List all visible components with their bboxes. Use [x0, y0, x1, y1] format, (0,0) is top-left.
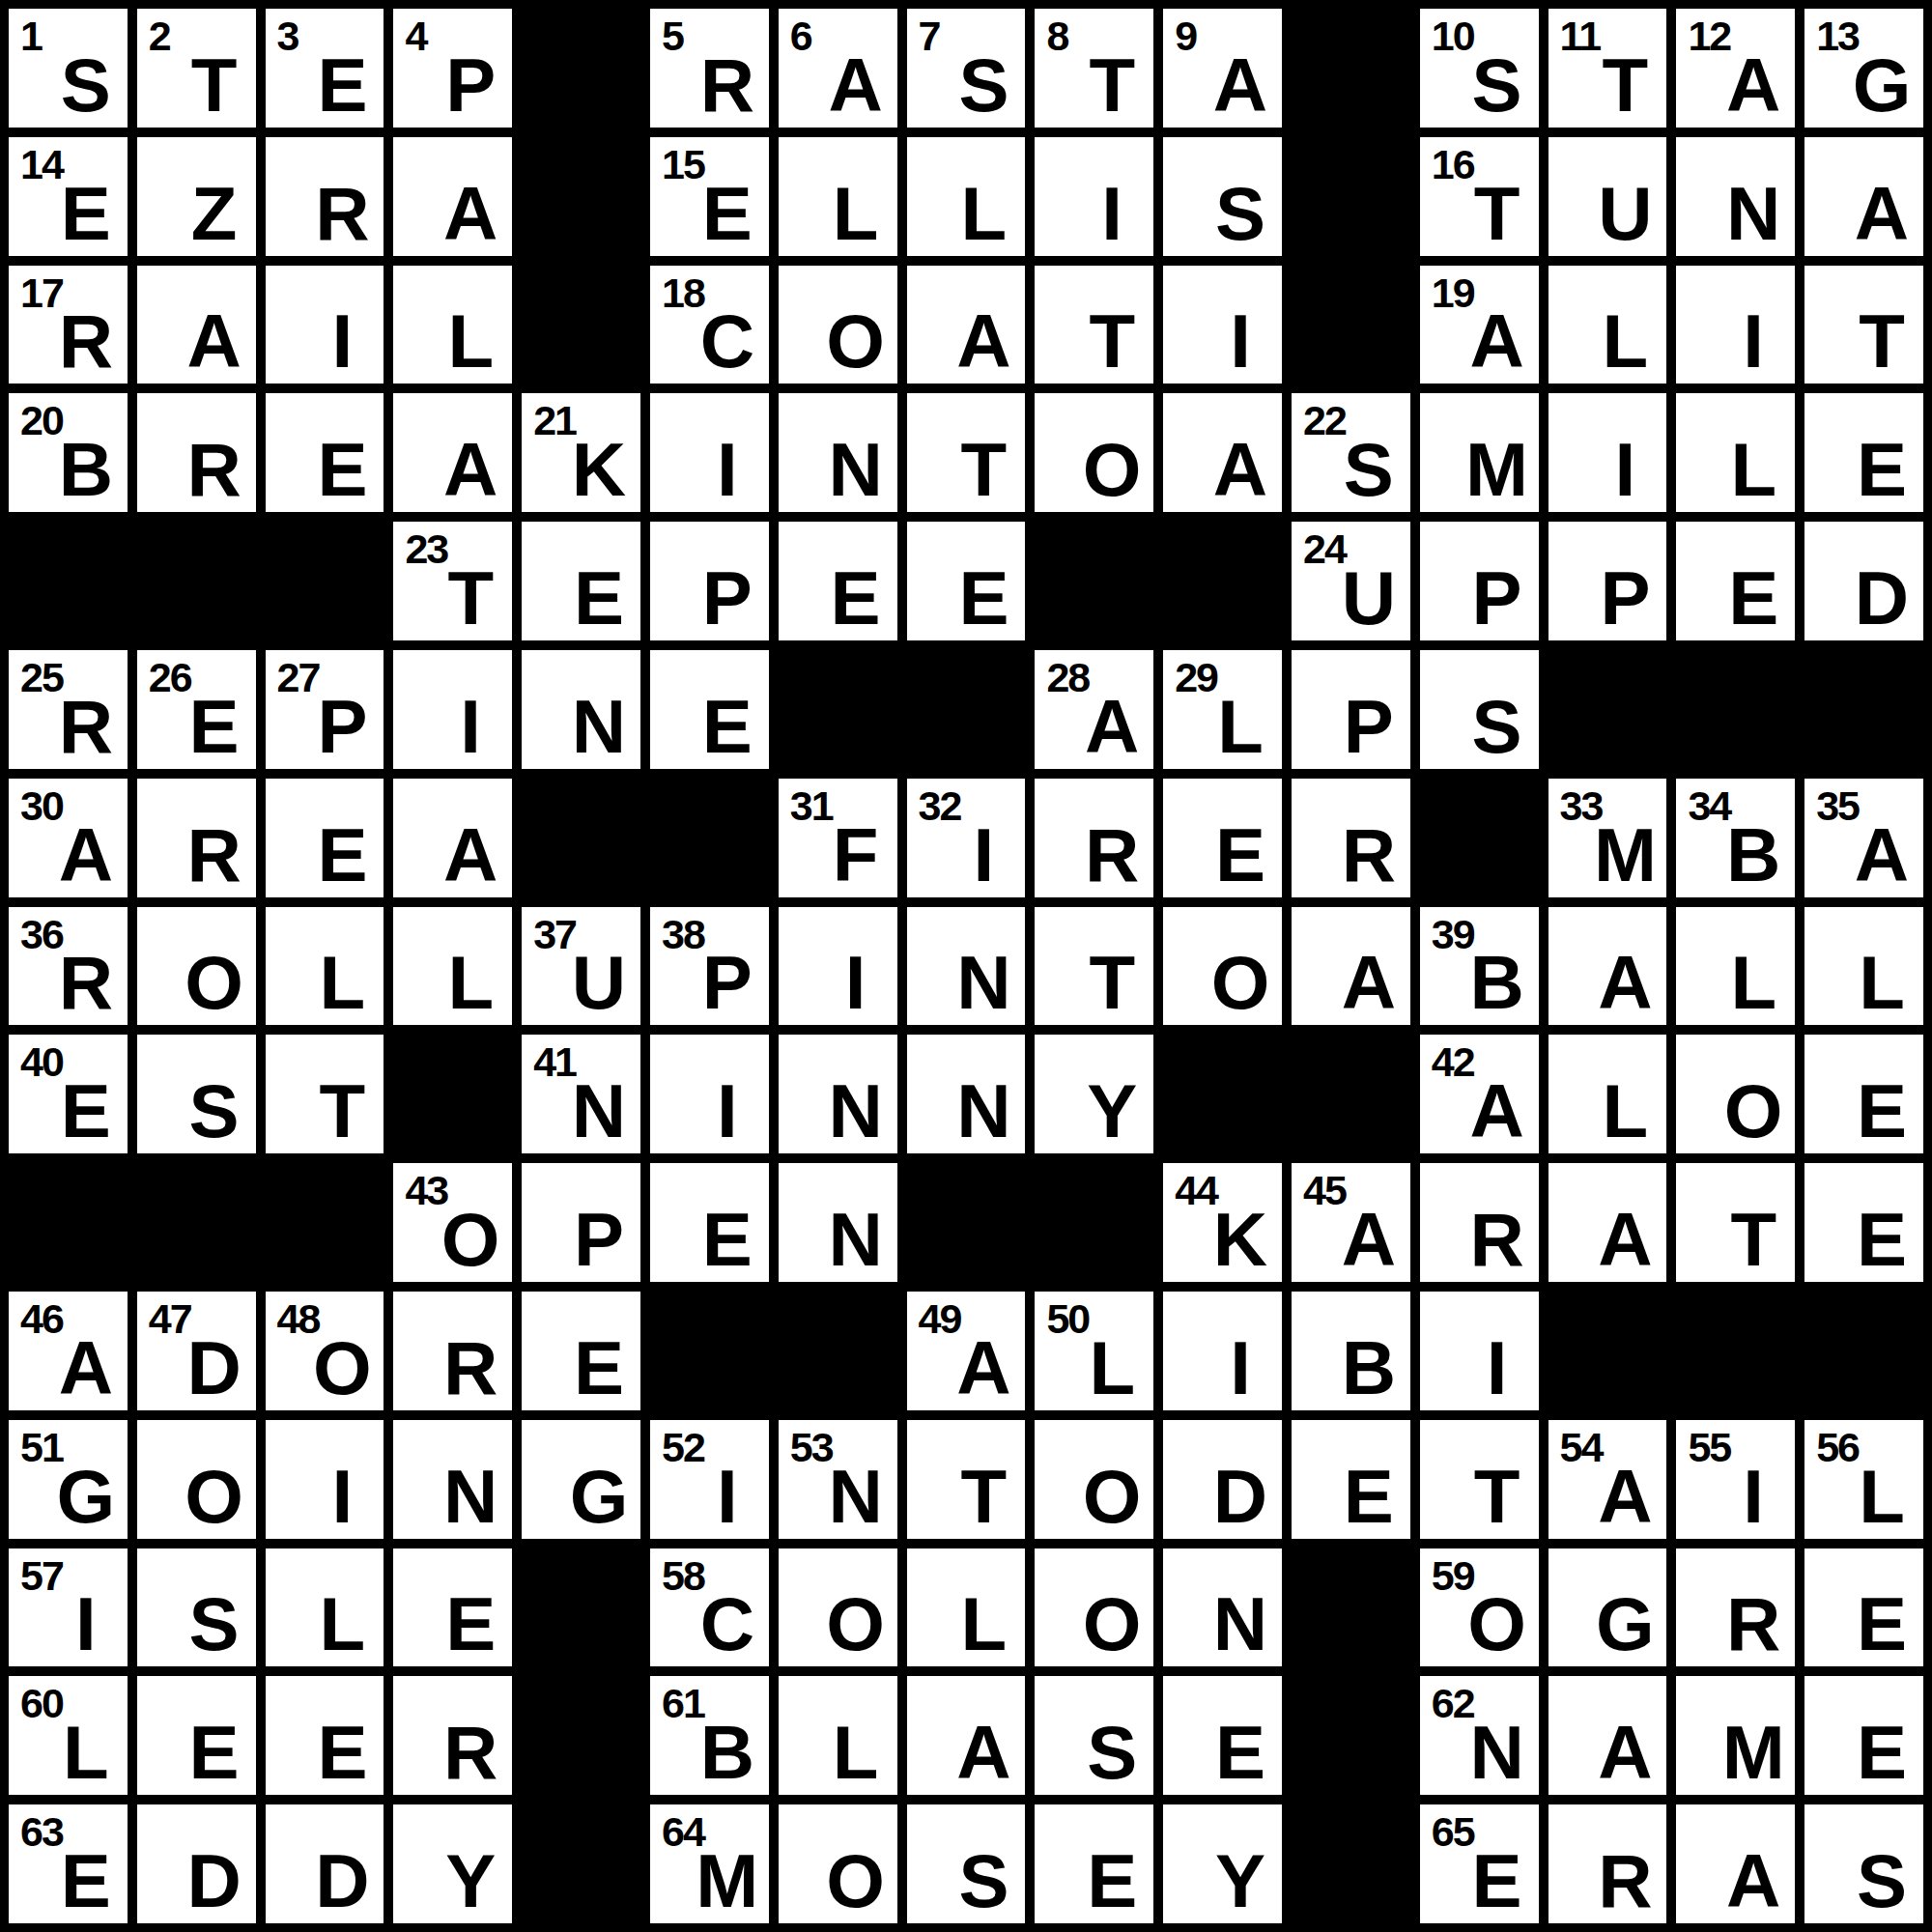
- cell-letter: I: [814, 945, 897, 1020]
- cell-letter: A: [1199, 432, 1282, 507]
- grid-cell-r7-c1[interactable]: 30A: [9, 779, 128, 897]
- grid-cell-r10-c14[interactable]: T: [1676, 1163, 1795, 1282]
- grid-cell-r6-c10[interactable]: 29L: [1163, 650, 1282, 769]
- grid-cell-r3-c8[interactable]: A: [907, 266, 1026, 384]
- grid-cell-r14-c2[interactable]: E: [137, 1676, 256, 1795]
- grid-cell-r8-c13[interactable]: A: [1548, 907, 1667, 1026]
- block-cell-r5-c3: [266, 522, 384, 640]
- grid-cell-r15-c3[interactable]: D: [266, 1804, 384, 1923]
- grid-cell-r1-c3[interactable]: 3E: [266, 9, 384, 128]
- cell-letter: D: [1840, 560, 1923, 636]
- cell-letter: K: [1199, 1202, 1282, 1277]
- grid-cell-r4-c7[interactable]: N: [779, 393, 897, 512]
- block-cell-r6-c15: [1804, 650, 1923, 769]
- grid-cell-r13-c3[interactable]: L: [266, 1548, 384, 1667]
- grid-cell-r4-c14[interactable]: L: [1676, 393, 1795, 512]
- cell-letter: A: [1712, 1843, 1795, 1918]
- cell-letter: Y: [429, 1843, 512, 1918]
- cell-letter: I: [1456, 1330, 1539, 1406]
- grid-cell-r3-c7[interactable]: O: [779, 266, 897, 384]
- grid-cell-r3-c14[interactable]: I: [1676, 266, 1795, 384]
- grid-cell-r10-c7[interactable]: N: [779, 1163, 897, 1282]
- grid-cell-r9-c6[interactable]: I: [650, 1035, 769, 1153]
- grid-cell-r8-c5[interactable]: 37U: [522, 907, 640, 1026]
- grid-cell-r1-c1[interactable]: 1S: [9, 9, 128, 128]
- grid-cell-r4-c9[interactable]: O: [1035, 393, 1153, 512]
- grid-cell-r10-c15[interactable]: E: [1804, 1163, 1923, 1282]
- grid-cell-r9-c3[interactable]: T: [266, 1035, 384, 1153]
- cell-letter: L: [942, 1586, 1025, 1662]
- grid-cell-r1-c7[interactable]: 6A: [779, 9, 897, 128]
- grid-cell-r6-c1[interactable]: 25R: [9, 650, 128, 769]
- cell-letter: D: [300, 1843, 384, 1918]
- grid-cell-r7-c15[interactable]: 35A: [1804, 779, 1923, 897]
- grid-cell-r8-c10[interactable]: O: [1163, 907, 1282, 1026]
- grid-cell-r10-c6[interactable]: E: [650, 1163, 769, 1282]
- cell-letter: U: [557, 945, 640, 1020]
- grid-cell-r2-c13[interactable]: U: [1548, 137, 1667, 256]
- grid-cell-r12-c1[interactable]: 51G: [9, 1420, 128, 1539]
- block-cell-r14-c5: [522, 1676, 640, 1795]
- cell-letter: L: [814, 1715, 897, 1790]
- grid-cell-r7-c7[interactable]: 31F: [779, 779, 897, 897]
- crossword-board: 1S2T3E4P5R6A7S8T9A10S11T12A13G14EZRA15EL…: [0, 0, 1932, 1932]
- cell-letter: N: [429, 1459, 512, 1534]
- cell-letter: R: [44, 945, 128, 1020]
- grid-cell-r7-c4[interactable]: A: [393, 779, 512, 897]
- grid-cell-r3-c2[interactable]: A: [137, 266, 256, 384]
- grid-cell-r6-c11[interactable]: P: [1292, 650, 1410, 769]
- grid-cell-r11-c8[interactable]: 49A: [907, 1292, 1026, 1410]
- grid-cell-r6-c5[interactable]: N: [522, 650, 640, 769]
- grid-cell-r12-c14[interactable]: 55I: [1676, 1420, 1795, 1539]
- cell-letter: O: [814, 1586, 897, 1662]
- grid-cell-r14-c12[interactable]: 62N: [1420, 1676, 1539, 1795]
- grid-cell-r8-c12[interactable]: 39B: [1420, 907, 1539, 1026]
- grid-cell-r12-c6[interactable]: 52I: [650, 1420, 769, 1539]
- grid-cell-r15-c2[interactable]: D: [137, 1804, 256, 1923]
- cell-letter: E: [1327, 1459, 1410, 1534]
- grid-cell-r4-c10[interactable]: A: [1163, 393, 1282, 512]
- cell-letter: A: [1712, 47, 1795, 123]
- cell-letter: G: [1583, 1586, 1666, 1662]
- block-cell-r6-c7: [779, 650, 897, 769]
- cell-letter: E: [44, 1843, 128, 1918]
- grid-cell-r12-c2[interactable]: O: [137, 1420, 256, 1539]
- grid-cell-r7-c14[interactable]: 34B: [1676, 779, 1795, 897]
- block-cell-r10-c1: [9, 1163, 128, 1282]
- cell-letter: A: [942, 1330, 1025, 1406]
- grid-cell-r1-c15[interactable]: 13G: [1804, 9, 1923, 128]
- cell-letter: N: [557, 1073, 640, 1149]
- grid-cell-r9-c15[interactable]: E: [1804, 1035, 1923, 1153]
- cell-letter: S: [1456, 689, 1539, 764]
- cell-letter: L: [1712, 432, 1795, 507]
- grid-cell-r7-c11[interactable]: R: [1292, 779, 1410, 897]
- cell-letter: I: [300, 1459, 384, 1534]
- cell-letter: R: [1327, 817, 1410, 893]
- block-cell-r7-c6: [650, 779, 769, 897]
- grid-cell-r14-c8[interactable]: A: [907, 1676, 1026, 1795]
- cell-letter: O: [1712, 1073, 1795, 1149]
- cell-letter: L: [1583, 303, 1666, 379]
- grid-cell-r13-c7[interactable]: O: [779, 1548, 897, 1667]
- grid-cell-r12-c10[interactable]: D: [1163, 1420, 1282, 1539]
- grid-cell-r4-c4[interactable]: A: [393, 393, 512, 512]
- grid-cell-r8-c8[interactable]: N: [907, 907, 1026, 1026]
- grid-cell-r12-c11[interactable]: E: [1292, 1420, 1410, 1539]
- grid-cell-r3-c13[interactable]: L: [1548, 266, 1667, 384]
- grid-cell-r4-c15[interactable]: E: [1804, 393, 1923, 512]
- block-cell-r13-c5: [522, 1548, 640, 1667]
- grid-cell-r1-c10[interactable]: 9A: [1163, 9, 1282, 128]
- block-cell-r13-c11: [1292, 1548, 1410, 1667]
- grid-cell-r14-c13[interactable]: A: [1548, 1676, 1667, 1795]
- cell-letter: C: [686, 1586, 769, 1662]
- cell-letter: E: [557, 560, 640, 636]
- grid-cell-r9-c9[interactable]: Y: [1035, 1035, 1153, 1153]
- grid-cell-r8-c2[interactable]: O: [137, 907, 256, 1026]
- grid-cell-r1-c4[interactable]: 4P: [393, 9, 512, 128]
- cell-letter: S: [1199, 176, 1282, 251]
- grid-cell-r2-c2[interactable]: Z: [137, 137, 256, 256]
- grid-cell-r8-c3[interactable]: L: [266, 907, 384, 1026]
- grid-cell-r7-c3[interactable]: E: [266, 779, 384, 897]
- cell-letter: E: [1840, 1202, 1923, 1277]
- grid-cell-r14-c9[interactable]: S: [1035, 1676, 1153, 1795]
- grid-cell-r4-c1[interactable]: 20B: [9, 393, 128, 512]
- cell-letter: O: [1070, 1586, 1153, 1662]
- grid-cell-r3-c12[interactable]: 19A: [1420, 266, 1539, 384]
- grid-cell-r1-c2[interactable]: 2T: [137, 9, 256, 128]
- grid-cell-r4-c2[interactable]: R: [137, 393, 256, 512]
- grid-cell-r11-c10[interactable]: I: [1163, 1292, 1282, 1410]
- cell-letter: M: [1712, 1715, 1795, 1790]
- grid-cell-r3-c9[interactable]: T: [1035, 266, 1153, 384]
- grid-cell-r2-c4[interactable]: A: [393, 137, 512, 256]
- grid-cell-r9-c13[interactable]: L: [1548, 1035, 1667, 1153]
- grid-cell-r11-c1[interactable]: 46A: [9, 1292, 128, 1410]
- grid-cell-r11-c3[interactable]: 48O: [266, 1292, 384, 1410]
- grid-cell-r6-c6[interactable]: E: [650, 650, 769, 769]
- cell-letter: U: [1583, 176, 1666, 251]
- grid-cell-r10-c5[interactable]: P: [522, 1163, 640, 1282]
- grid-cell-r1-c8[interactable]: 7S: [907, 9, 1026, 128]
- cell-letter: N: [942, 1073, 1025, 1149]
- grid-cell-r2-c6[interactable]: 15E: [650, 137, 769, 256]
- cell-letter: N: [814, 1459, 897, 1534]
- cell-letter: E: [300, 47, 384, 123]
- block-cell-r6-c8: [907, 650, 1026, 769]
- cell-letter: A: [1327, 945, 1410, 1020]
- cell-letter: R: [1712, 1586, 1795, 1662]
- cell-letter: P: [1583, 560, 1666, 636]
- cell-letter: E: [557, 1330, 640, 1406]
- grid-cell-r12-c7[interactable]: 53N: [779, 1420, 897, 1539]
- cell-letter: N: [1199, 1586, 1282, 1662]
- grid-cell-r1-c14[interactable]: 12A: [1676, 9, 1795, 128]
- grid-cell-r9-c1[interactable]: 40E: [9, 1035, 128, 1153]
- cell-letter: E: [44, 176, 128, 251]
- grid-cell-r15-c15[interactable]: S: [1804, 1804, 1923, 1923]
- grid-cell-r14-c1[interactable]: 60L: [9, 1676, 128, 1795]
- grid-cell-r8-c9[interactable]: T: [1035, 907, 1153, 1026]
- grid-cell-r7-c9[interactable]: R: [1035, 779, 1153, 897]
- grid-cell-r3-c10[interactable]: I: [1163, 266, 1282, 384]
- grid-cell-r13-c13[interactable]: G: [1548, 1548, 1667, 1667]
- grid-cell-r2-c8[interactable]: L: [907, 137, 1026, 256]
- grid-cell-r5-c7[interactable]: E: [779, 522, 897, 640]
- grid-cell-r10-c13[interactable]: A: [1548, 1163, 1667, 1282]
- grid-cell-r14-c4[interactable]: R: [393, 1676, 512, 1795]
- grid-cell-r14-c10[interactable]: E: [1163, 1676, 1282, 1795]
- grid-cell-r13-c2[interactable]: S: [137, 1548, 256, 1667]
- cell-letter: B: [1456, 945, 1539, 1020]
- block-cell-r11-c6: [650, 1292, 769, 1410]
- block-cell-r10-c9: [1035, 1163, 1153, 1282]
- grid-cell-r9-c7[interactable]: N: [779, 1035, 897, 1153]
- grid-cell-r3-c1[interactable]: 17R: [9, 266, 128, 384]
- grid-cell-r11-c11[interactable]: B: [1292, 1292, 1410, 1410]
- grid-cell-r12-c9[interactable]: O: [1035, 1420, 1153, 1539]
- grid-cell-r4-c11[interactable]: 22S: [1292, 393, 1410, 512]
- cell-letter: E: [1840, 1073, 1923, 1149]
- grid-cell-r13-c1[interactable]: 57I: [9, 1548, 128, 1667]
- cell-letter: I: [1583, 432, 1666, 507]
- grid-cell-r8-c15[interactable]: L: [1804, 907, 1923, 1026]
- grid-cell-r3-c4[interactable]: L: [393, 266, 512, 384]
- cell-letter: A: [1456, 1073, 1539, 1149]
- grid-cell-r9-c8[interactable]: N: [907, 1035, 1026, 1153]
- grid-cell-r4-c5[interactable]: 21K: [522, 393, 640, 512]
- grid-cell-r15-c14[interactable]: A: [1676, 1804, 1795, 1923]
- grid-cell-r15-c10[interactable]: Y: [1163, 1804, 1282, 1923]
- grid-cell-r11-c5[interactable]: E: [522, 1292, 640, 1410]
- grid-cell-r4-c3[interactable]: E: [266, 393, 384, 512]
- grid-cell-r5-c15[interactable]: D: [1804, 522, 1923, 640]
- grid-cell-r11-c4[interactable]: R: [393, 1292, 512, 1410]
- grid-cell-r2-c9[interactable]: I: [1035, 137, 1153, 256]
- grid-cell-r8-c4[interactable]: L: [393, 907, 512, 1026]
- grid-cell-r4-c6[interactable]: I: [650, 393, 769, 512]
- grid-cell-r14-c6[interactable]: 61B: [650, 1676, 769, 1795]
- cell-letter: B: [44, 432, 128, 507]
- grid-cell-r6-c3[interactable]: 27P: [266, 650, 384, 769]
- grid-cell-r15-c6[interactable]: 64M: [650, 1804, 769, 1923]
- grid-cell-r2-c7[interactable]: L: [779, 137, 897, 256]
- grid-cell-r13-c4[interactable]: E: [393, 1548, 512, 1667]
- cell-letter: D: [173, 1330, 256, 1406]
- grid-cell-r5-c11[interactable]: 24U: [1292, 522, 1410, 640]
- grid-cell-r8-c6[interactable]: 38P: [650, 907, 769, 1026]
- grid-cell-r12-c8[interactable]: T: [907, 1420, 1026, 1539]
- grid-cell-r10-c11[interactable]: 45A: [1292, 1163, 1410, 1282]
- cell-letter: A: [1070, 689, 1153, 764]
- cell-letter: I: [300, 303, 384, 379]
- grid-cell-r9-c14[interactable]: O: [1676, 1035, 1795, 1153]
- grid-cell-r15-c8[interactable]: S: [907, 1804, 1026, 1923]
- block-cell-r1-c5: [522, 9, 640, 128]
- grid-cell-r4-c12[interactable]: M: [1420, 393, 1539, 512]
- cell-letter: S: [1327, 432, 1410, 507]
- grid-cell-r5-c4[interactable]: 23T: [393, 522, 512, 640]
- cell-letter: C: [686, 303, 769, 379]
- grid-cell-r13-c6[interactable]: 58C: [650, 1548, 769, 1667]
- cell-letter: R: [300, 176, 384, 251]
- cell-letter: P: [1327, 689, 1410, 764]
- grid-cell-r12-c15[interactable]: 56L: [1804, 1420, 1923, 1539]
- grid-cell-r14-c7[interactable]: L: [779, 1676, 897, 1795]
- grid-cell-r2-c1[interactable]: 14E: [9, 137, 128, 256]
- cell-letter: I: [686, 1459, 769, 1534]
- cell-letter: T: [1070, 47, 1153, 123]
- grid-cell-r2-c3[interactable]: R: [266, 137, 384, 256]
- clue-number: 6: [790, 15, 811, 57]
- grid-cell-r12-c4[interactable]: N: [393, 1420, 512, 1539]
- grid-cell-r15-c7[interactable]: O: [779, 1804, 897, 1923]
- grid-cell-r3-c15[interactable]: T: [1804, 266, 1923, 384]
- grid-cell-r6-c9[interactable]: 28A: [1035, 650, 1153, 769]
- grid-cell-r7-c13[interactable]: 33M: [1548, 779, 1667, 897]
- block-cell-r5-c1: [9, 522, 128, 640]
- grid-cell-r11-c12[interactable]: I: [1420, 1292, 1539, 1410]
- cell-letter: I: [686, 432, 769, 507]
- clue-number: 9: [1175, 15, 1196, 57]
- grid-cell-r7-c2[interactable]: R: [137, 779, 256, 897]
- grid-cell-r1-c9[interactable]: 8T: [1035, 9, 1153, 128]
- grid-cell-r7-c10[interactable]: E: [1163, 779, 1282, 897]
- cell-letter: A: [1327, 1202, 1410, 1277]
- cell-letter: T: [942, 432, 1025, 507]
- cell-letter: T: [1070, 303, 1153, 379]
- cell-letter: O: [173, 945, 256, 1020]
- cell-letter: S: [942, 47, 1025, 123]
- grid-cell-r1-c12[interactable]: 10S: [1420, 9, 1539, 128]
- grid-cell-r12-c12[interactable]: T: [1420, 1420, 1539, 1539]
- grid-cell-r8-c7[interactable]: I: [779, 907, 897, 1026]
- block-cell-r10-c8: [907, 1163, 1026, 1282]
- grid-cell-r15-c13[interactable]: R: [1548, 1804, 1667, 1923]
- grid-cell-r13-c10[interactable]: N: [1163, 1548, 1282, 1667]
- grid-cell-r14-c14[interactable]: M: [1676, 1676, 1795, 1795]
- grid-cell-r11-c9[interactable]: 50L: [1035, 1292, 1153, 1410]
- block-cell-r5-c9: [1035, 522, 1153, 640]
- grid-cell-r2-c10[interactable]: S: [1163, 137, 1282, 256]
- grid-cell-r5-c13[interactable]: P: [1548, 522, 1667, 640]
- grid-cell-r2-c15[interactable]: A: [1804, 137, 1923, 256]
- grid-cell-r12-c13[interactable]: 54A: [1548, 1420, 1667, 1539]
- cell-letter: L: [44, 1715, 128, 1790]
- grid-cell-r8-c14[interactable]: L: [1676, 907, 1795, 1026]
- grid-cell-r12-c5[interactable]: G: [522, 1420, 640, 1539]
- block-cell-r10-c2: [137, 1163, 256, 1282]
- grid-cell-r11-c2[interactable]: 47D: [137, 1292, 256, 1410]
- grid-cell-r9-c12[interactable]: 42A: [1420, 1035, 1539, 1153]
- cell-letter: T: [1840, 303, 1923, 379]
- block-cell-r5-c10: [1163, 522, 1282, 640]
- grid-cell-r13-c12[interactable]: 59O: [1420, 1548, 1539, 1667]
- grid-cell-r10-c12[interactable]: R: [1420, 1163, 1539, 1282]
- grid-cell-r15-c1[interactable]: 63E: [9, 1804, 128, 1923]
- grid-cell-r5-c8[interactable]: E: [907, 522, 1026, 640]
- block-cell-r5-c2: [137, 522, 256, 640]
- grid-cell-r4-c8[interactable]: T: [907, 393, 1026, 512]
- grid-cell-r2-c14[interactable]: N: [1676, 137, 1795, 256]
- cell-letter: B: [1327, 1330, 1410, 1406]
- grid-cell-r6-c2[interactable]: 26E: [137, 650, 256, 769]
- block-cell-r1-c11: [1292, 9, 1410, 128]
- grid-cell-r7-c8[interactable]: 32I: [907, 779, 1026, 897]
- grid-cell-r1-c13[interactable]: 11T: [1548, 9, 1667, 128]
- cell-letter: S: [173, 1073, 256, 1149]
- grid-cell-r10-c10[interactable]: 44K: [1163, 1163, 1282, 1282]
- cell-letter: A: [1583, 945, 1666, 1020]
- grid-cell-r8-c1[interactable]: 36R: [9, 907, 128, 1026]
- cell-letter: N: [942, 945, 1025, 1020]
- grid-cell-r10-c4[interactable]: 43O: [393, 1163, 512, 1282]
- cell-letter: O: [173, 1459, 256, 1534]
- grid-cell-r2-c12[interactable]: 16T: [1420, 137, 1539, 256]
- cell-letter: E: [1456, 1843, 1539, 1918]
- cell-letter: E: [686, 176, 769, 251]
- grid-cell-r15-c12[interactable]: 65E: [1420, 1804, 1539, 1923]
- clue-number: 4: [405, 15, 426, 57]
- grid-cell-r13-c9[interactable]: O: [1035, 1548, 1153, 1667]
- grid-cell-r6-c4[interactable]: I: [393, 650, 512, 769]
- grid-cell-r14-c3[interactable]: E: [266, 1676, 384, 1795]
- grid-cell-r14-c15[interactable]: E: [1804, 1676, 1923, 1795]
- cell-letter: L: [1840, 1459, 1923, 1534]
- grid-cell-r12-c3[interactable]: I: [266, 1420, 384, 1539]
- cell-letter: A: [1840, 817, 1923, 893]
- cell-letter: O: [814, 1843, 897, 1918]
- grid-cell-r8-c11[interactable]: A: [1292, 907, 1410, 1026]
- grid-cell-r3-c3[interactable]: I: [266, 266, 384, 384]
- cell-letter: O: [300, 1330, 384, 1406]
- cell-letter: S: [173, 1586, 256, 1662]
- grid-cell-r5-c12[interactable]: P: [1420, 522, 1539, 640]
- grid-cell-r6-c12[interactable]: S: [1420, 650, 1539, 769]
- grid-cell-r4-c13[interactable]: I: [1548, 393, 1667, 512]
- grid-cell-r9-c5[interactable]: 41N: [522, 1035, 640, 1153]
- grid-cell-r15-c9[interactable]: E: [1035, 1804, 1153, 1923]
- grid-cell-r9-c2[interactable]: S: [137, 1035, 256, 1153]
- cell-letter: I: [1199, 303, 1282, 379]
- cell-letter: S: [44, 47, 128, 123]
- cell-letter: P: [1456, 560, 1539, 636]
- block-cell-r9-c10: [1163, 1035, 1282, 1153]
- grid-cell-r5-c6[interactable]: P: [650, 522, 769, 640]
- cell-letter: O: [814, 303, 897, 379]
- grid-cell-r15-c4[interactable]: Y: [393, 1804, 512, 1923]
- cell-letter: F: [814, 817, 897, 893]
- cell-letter: T: [1456, 1459, 1539, 1534]
- grid-cell-r3-c6[interactable]: 18C: [650, 266, 769, 384]
- grid-cell-r5-c5[interactable]: E: [522, 522, 640, 640]
- cell-letter: U: [1327, 560, 1410, 636]
- grid-cell-r1-c6[interactable]: 5R: [650, 9, 769, 128]
- grid-cell-r5-c14[interactable]: E: [1676, 522, 1795, 640]
- block-cell-r15-c5: [522, 1804, 640, 1923]
- cell-letter: N: [814, 1202, 897, 1277]
- grid-cell-r13-c15[interactable]: E: [1804, 1548, 1923, 1667]
- cell-letter: I: [44, 1586, 128, 1662]
- cell-letter: R: [173, 817, 256, 893]
- cell-letter: I: [1712, 1459, 1795, 1534]
- cell-letter: E: [429, 1586, 512, 1662]
- grid-cell-r13-c8[interactable]: L: [907, 1548, 1026, 1667]
- grid-cell-r13-c14[interactable]: R: [1676, 1548, 1795, 1667]
